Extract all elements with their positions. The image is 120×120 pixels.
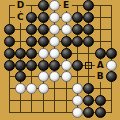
black-stone[interactable]	[83, 12, 94, 23]
black-stone[interactable]	[26, 24, 37, 35]
black-stone[interactable]	[4, 60, 15, 71]
black-stone[interactable]	[95, 95, 106, 106]
white-stone[interactable]	[61, 24, 72, 35]
black-stone[interactable]	[61, 36, 72, 47]
black-stone[interactable]	[26, 36, 37, 47]
black-stone[interactable]	[4, 48, 15, 59]
white-stone[interactable]	[15, 83, 26, 94]
black-stone[interactable]	[72, 36, 83, 47]
black-stone[interactable]	[72, 24, 83, 35]
black-stone[interactable]	[26, 12, 37, 23]
white-stone[interactable]	[49, 48, 60, 59]
white-stone[interactable]	[61, 60, 72, 71]
black-stone[interactable]	[38, 24, 49, 35]
square-marker[interactable]	[85, 62, 92, 69]
white-stone[interactable]	[49, 36, 60, 47]
point-label-b[interactable]: B	[95, 71, 106, 82]
black-stone[interactable]	[61, 48, 72, 59]
white-stone[interactable]	[38, 48, 49, 59]
black-stone[interactable]	[38, 36, 49, 47]
black-stone[interactable]	[83, 107, 94, 118]
black-stone[interactable]	[38, 12, 49, 23]
white-stone[interactable]	[106, 60, 117, 71]
black-stone[interactable]	[15, 71, 26, 82]
black-stone[interactable]	[38, 60, 49, 71]
point-label-a[interactable]: A	[95, 60, 106, 71]
white-stone[interactable]	[38, 71, 49, 82]
white-stone[interactable]	[61, 12, 72, 23]
white-stone[interactable]	[49, 0, 60, 11]
white-stone[interactable]	[38, 83, 49, 94]
black-stone[interactable]	[83, 0, 94, 11]
black-stone[interactable]	[15, 48, 26, 59]
white-stone[interactable]	[49, 24, 60, 35]
go-board[interactable]: ABCDE	[0, 0, 120, 120]
black-stone[interactable]	[26, 48, 37, 59]
white-stone[interactable]	[49, 71, 60, 82]
white-stone[interactable]	[72, 107, 83, 118]
black-stone[interactable]	[4, 36, 15, 47]
black-stone[interactable]	[83, 36, 94, 47]
point-label-e[interactable]: E	[61, 0, 72, 11]
white-stone[interactable]	[72, 95, 83, 106]
white-stone[interactable]	[61, 71, 72, 82]
black-stone[interactable]	[106, 71, 117, 82]
black-stone[interactable]	[4, 24, 15, 35]
point-label-d[interactable]: D	[15, 0, 26, 11]
black-stone[interactable]	[83, 95, 94, 106]
point-label-c[interactable]: C	[15, 12, 26, 23]
black-stone[interactable]	[26, 60, 37, 71]
white-stone[interactable]	[26, 83, 37, 94]
black-stone[interactable]	[95, 48, 106, 59]
black-stone[interactable]	[83, 24, 94, 35]
black-stone[interactable]	[38, 0, 49, 11]
black-stone[interactable]	[49, 60, 60, 71]
black-stone[interactable]	[95, 107, 106, 118]
white-stone[interactable]	[49, 12, 60, 23]
black-stone[interactable]	[83, 83, 94, 94]
black-stone[interactable]	[72, 12, 83, 23]
black-stone[interactable]	[15, 60, 26, 71]
white-stone[interactable]	[72, 83, 83, 94]
black-stone[interactable]	[106, 48, 117, 59]
black-stone[interactable]	[72, 60, 83, 71]
